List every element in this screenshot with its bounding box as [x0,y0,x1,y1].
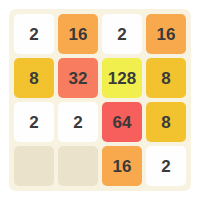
tile-2-r3c2: 2 [58,102,98,142]
tile-2-r1c3: 2 [102,14,142,54]
tile-2-r4c4: 2 [146,146,186,186]
tile-16-r1c4: 16 [146,14,186,54]
tile-8-r2c4: 8 [146,58,186,98]
tile-2-r1c1: 2 [14,14,54,54]
tile-128-r2c3: 128 [102,58,142,98]
empty-cell-r4c1 [14,146,54,186]
app-background: 216216832128822648162 [0,0,200,200]
tile-8-r3c4: 8 [146,102,186,142]
game-board-2048[interactable]: 216216832128822648162 [9,9,191,191]
tile-2-r3c1: 2 [14,102,54,142]
tile-8-r2c1: 8 [14,58,54,98]
empty-cell-r4c2 [58,146,98,186]
tile-32-r2c2: 32 [58,58,98,98]
tile-16-r1c2: 16 [58,14,98,54]
tile-16-r4c3: 16 [102,146,142,186]
tile-64-r3c3: 64 [102,102,142,142]
